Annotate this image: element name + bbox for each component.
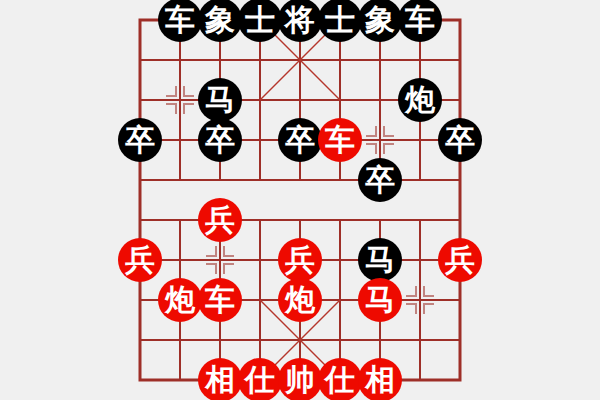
piece-black-elephant[interactable]: 象	[358, 0, 402, 42]
piece-red-cannon[interactable]: 炮	[158, 278, 202, 322]
marker-corner	[423, 286, 434, 297]
marker-corner	[183, 86, 194, 97]
piece-black-cannon[interactable]: 炮	[398, 78, 442, 122]
last-move-marker	[166, 86, 194, 114]
marker-corner	[166, 103, 177, 114]
piece-black-elephant[interactable]: 象	[198, 0, 242, 42]
piece-red-rook[interactable]: 车	[198, 278, 242, 322]
piece-red-advisor[interactable]: 仕	[318, 358, 362, 400]
piece-red-horse[interactable]: 马	[358, 278, 402, 322]
piece-red-rook[interactable]: 车	[318, 118, 362, 162]
last-move-marker	[366, 126, 394, 154]
board-grid	[0, 0, 600, 400]
marker-corner	[183, 103, 194, 114]
piece-black-rook[interactable]: 车	[398, 0, 442, 42]
piece-red-pawn[interactable]: 兵	[118, 238, 162, 282]
marker-corner	[423, 303, 434, 314]
piece-red-advisor[interactable]: 仕	[238, 358, 282, 400]
marker-corner	[406, 286, 417, 297]
piece-black-advisor[interactable]: 士	[318, 0, 362, 42]
marker-corner	[383, 143, 394, 154]
piece-black-pawn[interactable]: 卒	[278, 118, 322, 162]
piece-black-horse[interactable]: 马	[198, 78, 242, 122]
marker-corner	[166, 86, 177, 97]
piece-black-pawn[interactable]: 卒	[118, 118, 162, 162]
piece-black-pawn[interactable]: 卒	[358, 158, 402, 202]
piece-red-elephant[interactable]: 相	[198, 358, 242, 400]
xiangqi-board: 车象士将士象车马炮卒卒卒车卒卒兵兵兵马兵炮车炮马相仕帅仕相	[0, 0, 600, 400]
marker-corner	[206, 263, 217, 274]
marker-corner	[206, 246, 217, 257]
piece-red-elephant[interactable]: 相	[358, 358, 402, 400]
piece-red-king[interactable]: 帅	[278, 358, 322, 400]
piece-red-pawn[interactable]: 兵	[278, 238, 322, 282]
marker-corner	[366, 143, 377, 154]
piece-red-pawn[interactable]: 兵	[438, 238, 482, 282]
piece-black-pawn[interactable]: 卒	[438, 118, 482, 162]
marker-corner	[223, 263, 234, 274]
marker-corner	[383, 126, 394, 137]
last-move-marker	[206, 246, 234, 274]
piece-black-pawn[interactable]: 卒	[198, 118, 242, 162]
piece-red-pawn[interactable]: 兵	[198, 198, 242, 242]
piece-black-advisor[interactable]: 士	[238, 0, 282, 42]
marker-corner	[366, 126, 377, 137]
marker-corner	[223, 246, 234, 257]
marker-corner	[406, 303, 417, 314]
piece-black-rook[interactable]: 车	[158, 0, 202, 42]
last-move-marker	[406, 286, 434, 314]
piece-red-cannon[interactable]: 炮	[278, 278, 322, 322]
piece-black-king[interactable]: 将	[278, 0, 322, 42]
piece-black-horse[interactable]: 马	[358, 238, 402, 282]
